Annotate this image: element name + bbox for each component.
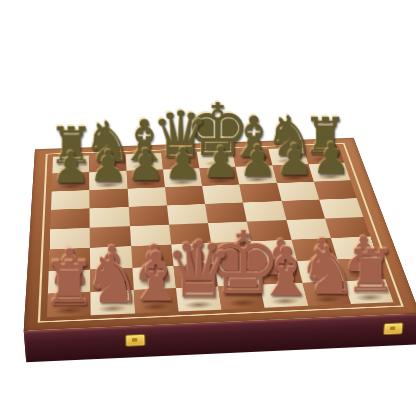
square-b7[interactable]: ♟ [89,171,127,190]
piece-black-pawn: ♟ [312,137,350,180]
square-b6[interactable] [90,188,129,208]
square-h7[interactable]: ♟ [308,163,350,182]
square-g6[interactable] [277,181,319,200]
square-f6[interactable] [239,183,281,203]
square-e6[interactable] [202,184,243,204]
square-h5[interactable] [319,198,363,218]
product-photo-scene: ♜♞♝♛♚♝♞♜♟♟♟♟♟♟♟♟♟♟♟♟♟♟♟♟♜♞♝♛♚♝♞♜ [0,0,416,416]
square-c6[interactable] [127,187,167,207]
square-e7[interactable]: ♟ [199,167,239,186]
square-a6[interactable] [51,190,90,210]
square-g7[interactable]: ♟ [272,164,313,183]
square-d6[interactable] [165,186,205,206]
piece-black-pawn: ♟ [201,141,239,184]
piece-black-pawn: ♟ [239,140,277,183]
piece-black-pawn: ♟ [276,138,314,181]
piece-black-pawn: ♟ [89,145,128,188]
square-a5[interactable] [50,208,90,229]
piece-black-pawn: ♟ [164,142,202,185]
square-a1[interactable]: ♜ [47,292,91,318]
square-c7[interactable]: ♟ [126,170,165,189]
square-a7[interactable]: ♟ [52,172,90,191]
square-d7[interactable]: ♟ [163,168,202,187]
gold-latch [124,334,145,347]
square-b5[interactable] [90,207,130,228]
square-d5[interactable] [167,204,208,225]
chess-board: ♜♞♝♛♚♝♞♜♟♟♟♟♟♟♟♟♟♟♟♟♟♟♟♟♜♞♝♛♚♝♞♜ [24,138,416,331]
piece-black-pawn: ♟ [127,143,166,186]
gold-latch [383,322,404,335]
square-h6[interactable] [314,180,357,199]
board-grid: ♜♞♝♛♚♝♞♜♟♟♟♟♟♟♟♟♟♟♟♟♟♟♟♟♜♞♝♛♚♝♞♜ [47,147,393,318]
square-g5[interactable] [281,200,325,220]
square-f7[interactable]: ♟ [236,166,277,185]
piece-black-pawn: ♟ [51,146,90,189]
square-b1[interactable]: ♞ [91,290,135,315]
square-c5[interactable] [128,205,169,226]
piece-white-rook: ♜ [42,254,96,314]
board-top-surface: ♜♞♝♛♚♝♞♜♟♟♟♟♟♟♟♟♟♟♟♟♟♟♟♟♜♞♝♛♚♝♞♜ [24,138,416,331]
